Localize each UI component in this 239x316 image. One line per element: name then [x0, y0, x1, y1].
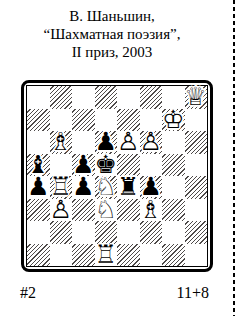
black-pawn-a4: ♟♟ [27, 176, 50, 199]
square-d1: ♜♖ [95, 244, 118, 267]
white-rook-d1: ♜♖ [95, 244, 118, 267]
square-e3 [117, 199, 140, 222]
square-c4: ♟♟ [72, 176, 95, 199]
square-a6 [27, 131, 50, 154]
page-cut-dashed-line [233, 0, 235, 316]
square-g8 [162, 86, 185, 109]
piece-glyph: ♘ [95, 174, 117, 199]
square-g4 [162, 176, 185, 199]
square-e1 [117, 244, 140, 267]
chess-board: ♛♕♚♔♝♗♟♟♟♙♟♙♝♝♟♟♚♚♟♟♜♖♟♟♞♘♜♜♟♟♟♙♞♘♝♗♜♖ [26, 85, 208, 267]
piece-halo: ♝ [140, 197, 162, 222]
page: В. Шаньшин, “Шахматная поэзия”, II приз,… [0, 0, 239, 316]
square-b8 [50, 86, 73, 109]
square-e8 [117, 86, 140, 109]
square-b6: ♝♗ [50, 131, 73, 154]
black-bishop-a5: ♝♝ [27, 154, 50, 177]
square-b4: ♜♖ [50, 176, 73, 199]
square-g1 [162, 244, 185, 267]
square-b5 [50, 154, 73, 177]
white-knight-d4: ♞♘ [95, 176, 118, 199]
square-g5 [162, 154, 185, 177]
piece-glyph: ♟ [95, 129, 117, 154]
square-c3 [72, 199, 95, 222]
piece-glyph: ♘ [95, 197, 117, 222]
piece-halo: ♟ [140, 174, 162, 199]
square-b3: ♟♙ [50, 199, 73, 222]
square-a8 [27, 86, 50, 109]
square-a3 [27, 199, 50, 222]
square-f1 [140, 244, 163, 267]
piece-halo: ♜ [95, 242, 117, 267]
piece-halo: ♟ [72, 152, 94, 177]
black-rook-e4: ♜♜ [117, 176, 140, 199]
square-e4: ♜♜ [117, 176, 140, 199]
square-c2 [72, 221, 95, 244]
square-b1 [50, 244, 73, 267]
square-h7 [185, 109, 208, 132]
square-g6 [162, 131, 185, 154]
piece-glyph: ♚ [95, 152, 117, 177]
square-f8 [140, 86, 163, 109]
piece-halo: ♜ [117, 174, 139, 199]
piece-glyph: ♝ [27, 152, 49, 177]
square-c6 [72, 131, 95, 154]
piece-glyph: ♟ [27, 174, 49, 199]
square-c7 [72, 109, 95, 132]
piece-glyph: ♟ [72, 174, 94, 199]
piece-halo: ♞ [95, 174, 117, 199]
square-a2 [27, 221, 50, 244]
square-e5 [117, 154, 140, 177]
square-e2 [117, 221, 140, 244]
square-f4: ♟♟ [140, 176, 163, 199]
piece-halo: ♟ [50, 197, 72, 222]
square-e6: ♟♙ [117, 131, 140, 154]
piece-glyph: ♕ [185, 84, 207, 109]
white-pawn-f6: ♟♙ [140, 131, 163, 154]
black-king-d5: ♚♚ [95, 154, 118, 177]
piece-glyph: ♗ [50, 129, 72, 154]
square-a7 [27, 109, 50, 132]
square-a1 [27, 244, 50, 267]
square-c8 [72, 86, 95, 109]
chess-board-frame: ♛♕♚♔♝♗♟♟♟♙♟♙♝♝♟♟♚♚♟♟♜♖♟♟♞♘♜♜♟♟♟♙♞♘♝♗♜♖ [21, 80, 213, 272]
piece-halo: ♟ [140, 129, 162, 154]
white-pawn-b3: ♟♙ [50, 199, 73, 222]
square-h1 [185, 244, 208, 267]
piece-glyph: ♟ [72, 152, 94, 177]
piece-glyph: ♖ [50, 174, 72, 199]
square-h4 [185, 176, 208, 199]
white-queen-h8: ♛♕ [185, 86, 208, 109]
square-g7: ♚♔ [162, 109, 185, 132]
square-d7 [95, 109, 118, 132]
white-knight-d3: ♞♘ [95, 199, 118, 222]
white-rook-b4: ♜♖ [50, 176, 73, 199]
piece-halo: ♚ [95, 152, 117, 177]
piece-halo: ♟ [72, 174, 94, 199]
square-g2 [162, 221, 185, 244]
square-e7 [117, 109, 140, 132]
black-pawn-c5: ♟♟ [72, 154, 95, 177]
white-king-g7: ♚♔ [162, 109, 185, 132]
square-f3: ♝♗ [140, 199, 163, 222]
white-bishop-b6: ♝♗ [50, 131, 73, 154]
square-f5 [140, 154, 163, 177]
square-d8 [95, 86, 118, 109]
source-line: “Шахматная поэзия”, [0, 25, 224, 43]
piece-halo: ♝ [27, 152, 49, 177]
square-f2 [140, 221, 163, 244]
square-h5 [185, 154, 208, 177]
piece-halo: ♚ [162, 107, 184, 132]
piece-glyph: ♙ [117, 129, 139, 154]
square-a5: ♝♝ [27, 154, 50, 177]
square-h3 [185, 199, 208, 222]
piece-halo: ♟ [95, 129, 117, 154]
piece-glyph: ♔ [162, 107, 184, 132]
piece-halo: ♞ [95, 197, 117, 222]
square-c5: ♟♟ [72, 154, 95, 177]
piece-halo: ♟ [27, 174, 49, 199]
piece-glyph: ♜ [117, 174, 139, 199]
square-b7 [50, 109, 73, 132]
piece-glyph: ♙ [50, 197, 72, 222]
square-h8: ♛♕ [185, 86, 208, 109]
square-h6 [185, 131, 208, 154]
white-pawn-e6: ♟♙ [117, 131, 140, 154]
stipulation-mate-in-2: #2 [20, 283, 36, 302]
square-c1 [72, 244, 95, 267]
white-bishop-f3: ♝♗ [140, 199, 163, 222]
piece-halo: ♜ [50, 174, 72, 199]
square-g3 [162, 199, 185, 222]
material-count: 11+8 [177, 283, 209, 302]
square-d6: ♟♟ [95, 131, 118, 154]
piece-glyph: ♖ [95, 242, 117, 267]
square-h2 [185, 221, 208, 244]
square-d3: ♞♘ [95, 199, 118, 222]
piece-glyph: ♟ [140, 174, 162, 199]
square-b2 [50, 221, 73, 244]
square-f6: ♟♙ [140, 131, 163, 154]
problem-header: В. Шаньшин, “Шахматная поэзия”, II приз,… [0, 0, 224, 61]
square-a4: ♟♟ [27, 176, 50, 199]
piece-halo: ♝ [50, 129, 72, 154]
piece-glyph: ♙ [140, 129, 162, 154]
square-d4: ♞♘ [95, 176, 118, 199]
black-pawn-f4: ♟♟ [140, 176, 163, 199]
piece-halo: ♛ [185, 84, 207, 109]
square-d5: ♚♚ [95, 154, 118, 177]
award-line: II приз, 2003 [0, 43, 224, 61]
square-f7 [140, 109, 163, 132]
piece-glyph: ♗ [140, 197, 162, 222]
author-line: В. Шаньшин, [0, 7, 224, 25]
square-d2 [95, 221, 118, 244]
black-pawn-c4: ♟♟ [72, 176, 95, 199]
caption-row: #2 11+8 [20, 283, 209, 302]
piece-halo: ♟ [117, 129, 139, 154]
black-pawn-d6: ♟♟ [95, 131, 118, 154]
